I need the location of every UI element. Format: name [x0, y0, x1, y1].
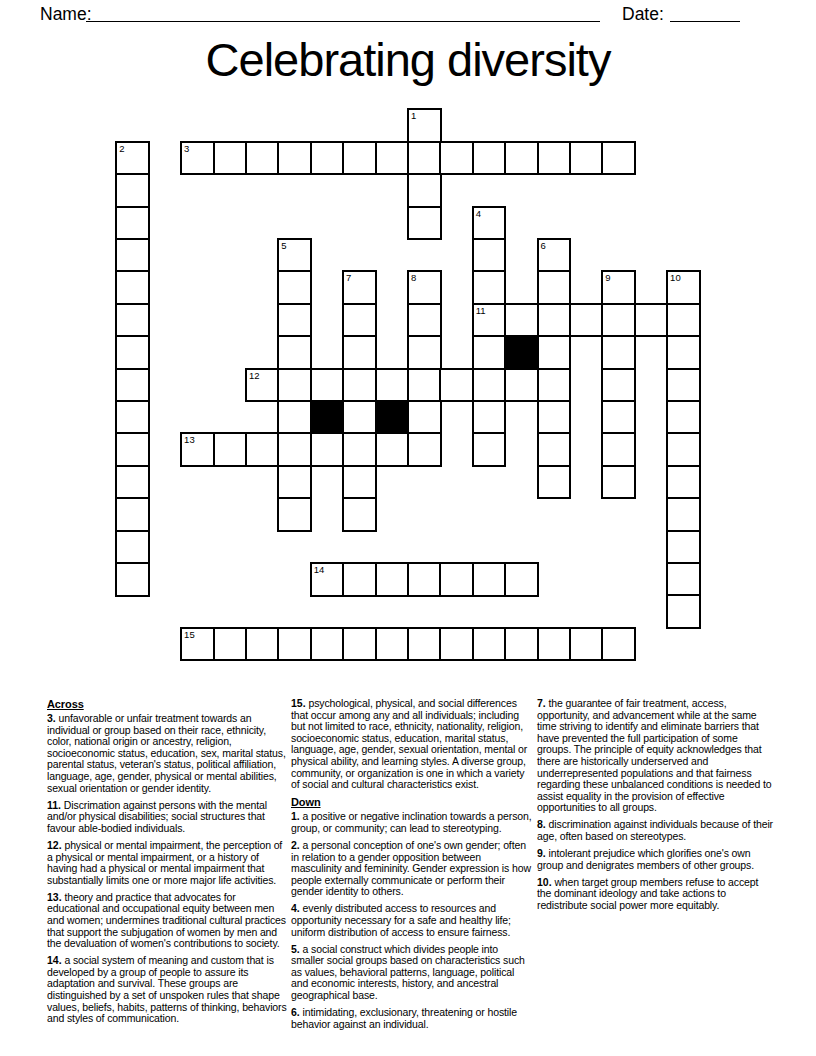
crossword-cell[interactable]	[213, 432, 248, 467]
crossword-cell[interactable]: 13	[180, 432, 215, 467]
crossword-cell[interactable]	[407, 432, 442, 467]
across-clue-14: 14. a social system of meaning and custo…	[47, 955, 289, 1025]
crossword-cell[interactable]	[472, 335, 507, 370]
clues-column-2: 15. psychological, physical, and social …	[291, 698, 533, 1036]
crossword-cell[interactable]	[115, 465, 150, 500]
crossword-cell[interactable]	[115, 497, 150, 532]
crossword-cell[interactable]	[666, 497, 701, 532]
worksheet-page: Name: Date: Celebrating diversity 123456…	[0, 0, 816, 1056]
clues-column-3: 7. the guarantee of fair treatment, acce…	[537, 698, 774, 917]
crossword-cell[interactable]	[439, 141, 474, 176]
crossword-cell[interactable]: 3	[180, 141, 215, 176]
crossword-cell[interactable]	[601, 303, 636, 338]
black-cell	[504, 335, 539, 370]
date-blank-line[interactable]	[670, 4, 740, 22]
crossword-cell[interactable]	[213, 141, 248, 176]
crossword-cell[interactable]	[407, 173, 442, 208]
crossword-cell[interactable]	[504, 141, 539, 176]
crossword-cell[interactable]: 10	[666, 270, 701, 305]
clue-number: 8	[411, 272, 416, 283]
crossword-cell[interactable]	[342, 368, 377, 403]
crossword-cell[interactable]	[537, 335, 572, 370]
crossword-cell[interactable]	[601, 368, 636, 403]
crossword-cell[interactable]	[115, 335, 150, 370]
crossword-cell[interactable]	[277, 141, 312, 176]
crossword-cell[interactable]	[115, 270, 150, 305]
across-clue-11: 11. Discrimation against persons with th…	[47, 800, 289, 835]
clue-number: 12	[249, 370, 260, 381]
crossword-cell[interactable]	[245, 432, 280, 467]
crossword-cell[interactable]	[375, 368, 410, 403]
crossword-cell[interactable]	[245, 141, 280, 176]
name-label: Name:	[40, 4, 92, 25]
crossword-cell[interactable]	[310, 368, 345, 403]
crossword-cell[interactable]	[504, 303, 539, 338]
crossword-cell[interactable]: 2	[115, 141, 150, 176]
crossword-cell[interactable]	[666, 432, 701, 467]
crossword-cell[interactable]	[537, 400, 572, 435]
down-clue-4: 4. evenly distributed access to resource…	[291, 903, 533, 938]
black-cell	[310, 400, 345, 435]
crossword-cell[interactable]	[115, 400, 150, 435]
crossword-cell[interactable]	[472, 238, 507, 273]
crossword-cell[interactable]	[277, 400, 312, 435]
crossword-cell[interactable]: 4	[472, 206, 507, 241]
crossword-cell[interactable]: 14	[310, 562, 345, 597]
crossword-cell[interactable]	[342, 465, 377, 500]
crossword-cell[interactable]	[310, 141, 345, 176]
crossword-cell[interactable]	[537, 303, 572, 338]
name-blank-line[interactable]	[86, 4, 600, 22]
crossword-cell[interactable]	[310, 432, 345, 467]
crossword-cell[interactable]: 8	[407, 270, 442, 305]
clue-number: 11	[476, 305, 486, 316]
crossword-cell[interactable]	[666, 400, 701, 435]
clue-number: 5	[281, 240, 286, 251]
clues-column-1: Across3. unfavorable or unfair treatment…	[47, 698, 289, 1030]
crossword-cell[interactable]: 5	[277, 238, 312, 273]
across-clue-13: 13. theory and practice that advocates f…	[47, 892, 289, 950]
crossword-cell[interactable]	[277, 270, 312, 305]
across-clue-3: 3. unfavorable or unfair treatment towar…	[47, 713, 289, 794]
crossword-cell[interactable]	[407, 627, 442, 662]
crossword-cell[interactable]	[115, 303, 150, 338]
down-clue-9: 9. intolerant prejudice which glorifies …	[537, 848, 774, 871]
crossword-cell[interactable]	[439, 627, 474, 662]
crossword-cell[interactable]	[375, 432, 410, 467]
crossword-cell[interactable]	[472, 562, 507, 597]
clue-number: 7	[346, 272, 351, 283]
down-clue-10: 10. when target group members refuse to …	[537, 877, 774, 912]
crossword-cell[interactable]	[342, 627, 377, 662]
page-title: Celebrating diversity	[0, 31, 816, 89]
clue-number: 2	[119, 143, 124, 154]
crossword-cell[interactable]	[342, 562, 377, 597]
crossword-cell[interactable]	[407, 303, 442, 338]
down-clue-8: 8. discrimination against individuals be…	[537, 819, 774, 842]
crossword-cell[interactable]	[115, 206, 150, 241]
crossword-cell[interactable]	[472, 432, 507, 467]
crossword-cell[interactable]	[666, 335, 701, 370]
crossword-cell[interactable]	[601, 141, 636, 176]
crossword-cell[interactable]	[601, 465, 636, 500]
crossword-cell[interactable]	[375, 562, 410, 597]
crossword-cell[interactable]: 11	[472, 303, 507, 338]
crossword-cell[interactable]	[601, 400, 636, 435]
down-clue-5: 5. a social construct which divides peop…	[291, 944, 533, 1002]
crossword-cell[interactable]	[666, 530, 701, 565]
crossword-cell[interactable]	[537, 465, 572, 500]
clue-number: 3	[184, 143, 189, 154]
crossword-cell[interactable]	[537, 368, 572, 403]
clue-number: 14	[314, 564, 325, 575]
crossword-cell[interactable]	[115, 562, 150, 597]
crossword-cell[interactable]	[115, 238, 150, 273]
crossword-cell[interactable]	[277, 627, 312, 662]
crossword-cell[interactable]	[277, 368, 312, 403]
crossword-cell[interactable]: 6	[537, 238, 572, 273]
crossword-cell[interactable]	[342, 497, 377, 532]
crossword-cell[interactable]	[569, 303, 604, 338]
crossword-cell[interactable]	[472, 627, 507, 662]
crossword-cell[interactable]	[277, 465, 312, 500]
crossword-cell[interactable]: 1	[407, 108, 442, 143]
clue-number: 9	[605, 272, 610, 283]
clue-number: 13	[184, 434, 195, 445]
clue-number: 15	[184, 629, 195, 640]
crossword-cell[interactable]	[439, 562, 474, 597]
down-clue-7: 7. the guarantee of fair treatment, acce…	[537, 698, 774, 814]
crossword-cell[interactable]	[277, 432, 312, 467]
crossword-cell[interactable]	[407, 562, 442, 597]
crossword-cell[interactable]	[504, 368, 539, 403]
crossword-cell[interactable]	[407, 206, 442, 241]
across-clue-15: 15. psychological, physical, and social …	[291, 698, 533, 791]
crossword-cell[interactable]	[537, 432, 572, 467]
crossword-cell[interactable]	[666, 465, 701, 500]
crossword-cell[interactable]	[472, 270, 507, 305]
crossword-cell[interactable]	[407, 141, 442, 176]
clue-number: 1	[411, 110, 416, 121]
crossword-cell[interactable]	[245, 627, 280, 662]
crossword-cell[interactable]	[277, 303, 312, 338]
crossword-cell[interactable]	[504, 562, 539, 597]
clue-number: 6	[541, 240, 546, 251]
crossword-cell[interactable]	[504, 627, 539, 662]
crossword-cell[interactable]	[375, 627, 410, 662]
crossword-cell[interactable]	[115, 530, 150, 565]
crossword-cell[interactable]	[537, 141, 572, 176]
down-clue-6: 6. intimidating, exclusionary, threateni…	[291, 1007, 533, 1030]
crossword-cell[interactable]	[407, 400, 442, 435]
crossword-cell[interactable]	[375, 141, 410, 176]
down-clue-2: 2. a personal conception of one's own ge…	[291, 840, 533, 898]
crossword-cell[interactable]	[569, 141, 604, 176]
crossword-cell[interactable]	[407, 368, 442, 403]
crossword-cell[interactable]	[569, 627, 604, 662]
crossword-cell[interactable]	[342, 303, 377, 338]
crossword-cell[interactable]	[115, 432, 150, 467]
crossword-cell[interactable]: 12	[245, 368, 280, 403]
crossword-cell[interactable]	[472, 141, 507, 176]
crossword-cell[interactable]	[115, 173, 150, 208]
crossword-cell[interactable]	[601, 335, 636, 370]
crossword-cell[interactable]	[537, 270, 572, 305]
clue-number: 10	[670, 272, 681, 283]
crossword-cell[interactable]: 7	[342, 270, 377, 305]
crossword-cell[interactable]	[213, 627, 248, 662]
crossword-cell[interactable]	[634, 303, 669, 338]
crossword-cell[interactable]	[342, 432, 377, 467]
crossword-cell[interactable]	[537, 627, 572, 662]
crossword-cell[interactable]: 9	[601, 270, 636, 305]
crossword-cell[interactable]	[310, 627, 345, 662]
crossword-cell[interactable]	[601, 432, 636, 467]
crossword-cell[interactable]	[342, 335, 377, 370]
clue-number: 4	[476, 208, 481, 219]
crossword-cell[interactable]	[472, 400, 507, 435]
black-cell	[375, 400, 410, 435]
crossword-cell[interactable]	[115, 368, 150, 403]
crossword-cell[interactable]	[342, 141, 377, 176]
crossword-cell[interactable]	[666, 303, 701, 338]
crossword-cell[interactable]	[666, 594, 701, 629]
date-label: Date:	[622, 4, 664, 25]
crossword-cell[interactable]	[277, 335, 312, 370]
crossword-cell[interactable]	[472, 368, 507, 403]
crossword-cell[interactable]: 15	[180, 627, 215, 662]
down-header: Down	[291, 796, 533, 808]
crossword-cell[interactable]	[342, 400, 377, 435]
across-header: Across	[47, 698, 289, 710]
crossword-cell[interactable]	[407, 335, 442, 370]
crossword-cell[interactable]	[666, 562, 701, 597]
crossword-cell[interactable]	[601, 627, 636, 662]
crossword-cell[interactable]	[277, 497, 312, 532]
crossword-cell[interactable]	[666, 368, 701, 403]
crossword-cell[interactable]	[439, 368, 474, 403]
across-clue-12: 12. physical or mental impairment, the p…	[47, 840, 289, 886]
down-clue-1: 1. a positive or negative inclination to…	[291, 811, 533, 834]
